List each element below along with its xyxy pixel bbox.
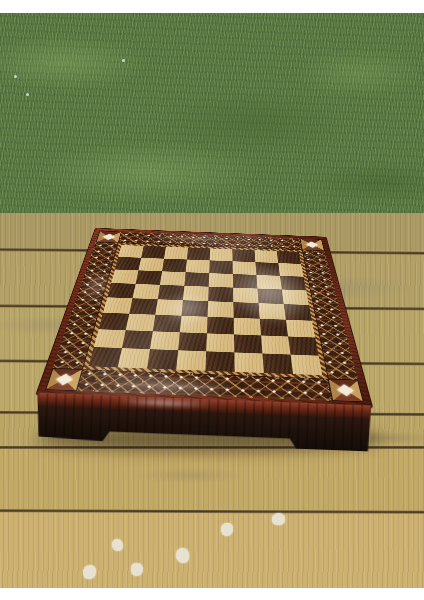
file-label-h: H: [304, 376, 310, 381]
square-h4[interactable]: [284, 304, 312, 321]
square-c8[interactable]: [164, 247, 188, 260]
square-b5[interactable]: [133, 284, 160, 299]
corner-medallion: [97, 231, 121, 242]
square-f7[interactable]: [233, 261, 257, 275]
daisy-speck: [122, 59, 125, 62]
paint-splatter: [272, 513, 285, 525]
chess-squares-grid: [89, 245, 323, 375]
square-h5[interactable]: [282, 289, 309, 305]
square-b4[interactable]: [129, 298, 157, 314]
file-label-e: E: [218, 373, 222, 378]
square-h2[interactable]: [288, 337, 319, 356]
grass-lawn: [0, 13, 424, 213]
square-g7[interactable]: [255, 262, 280, 276]
square-e5[interactable]: [208, 287, 233, 302]
square-d7[interactable]: [186, 260, 210, 274]
photo-of-chess-board: 87654321 ABCDEFGH: [0, 0, 424, 600]
file-label-a: A: [101, 369, 107, 374]
square-a4[interactable]: [103, 297, 132, 313]
square-c2[interactable]: [150, 331, 180, 350]
square-c7[interactable]: [162, 259, 187, 273]
file-label-d: D: [188, 372, 193, 377]
square-e8[interactable]: [210, 248, 233, 261]
corner-medallion: [329, 379, 363, 401]
square-e2[interactable]: [206, 333, 234, 352]
file-label-g: G: [274, 375, 280, 380]
rank-label-1: 1: [82, 353, 87, 357]
square-e7[interactable]: [209, 260, 233, 274]
rank-label-5: 5: [101, 288, 105, 291]
square-h6[interactable]: [280, 276, 306, 291]
square-b3[interactable]: [126, 314, 156, 332]
rank-label-2: 2: [88, 335, 92, 339]
square-f1[interactable]: [234, 352, 264, 373]
square-c6[interactable]: [160, 271, 186, 285]
square-g8[interactable]: [254, 250, 278, 263]
square-e6[interactable]: [209, 273, 233, 287]
paint-splatter: [176, 548, 189, 563]
photo-border-top: [0, 0, 424, 13]
paint-splatter: [112, 539, 123, 551]
square-h1[interactable]: [291, 355, 323, 376]
rank-label-7: 7: [109, 262, 113, 265]
corner-medallion: [46, 369, 81, 391]
file-label-f: F: [246, 374, 250, 379]
square-b8[interactable]: [141, 246, 166, 259]
square-g4[interactable]: [259, 303, 286, 320]
square-e1[interactable]: [205, 351, 234, 372]
square-a8[interactable]: [118, 245, 143, 258]
square-g2[interactable]: [261, 335, 290, 354]
square-g6[interactable]: [256, 275, 281, 290]
square-d8[interactable]: [187, 248, 210, 261]
chess-board-box: 87654321 ABCDEFGH: [34, 223, 380, 452]
square-b6[interactable]: [136, 270, 162, 284]
square-d4[interactable]: [181, 300, 208, 316]
square-f5[interactable]: [233, 288, 258, 303]
square-h7[interactable]: [278, 263, 303, 277]
square-a7[interactable]: [115, 257, 141, 271]
rank-label-6: 6: [105, 275, 109, 278]
daisy-speck: [14, 75, 17, 78]
square-b7[interactable]: [138, 258, 164, 272]
rank-label-3: 3: [93, 319, 97, 322]
square-a6[interactable]: [111, 269, 138, 283]
square-d3[interactable]: [180, 316, 208, 334]
daisy-speck: [26, 93, 29, 96]
square-f2[interactable]: [234, 334, 262, 353]
square-h8[interactable]: [277, 251, 301, 264]
square-d6[interactable]: [184, 272, 209, 286]
square-d1[interactable]: [176, 350, 206, 370]
rank-label-4: 4: [97, 303, 101, 306]
rank-label-8: 8: [113, 250, 116, 252]
file-label-c: C: [159, 371, 164, 376]
corner-medallion: [300, 239, 324, 251]
square-e4[interactable]: [208, 301, 234, 318]
square-a1[interactable]: [89, 347, 122, 367]
board-top-surface: 87654321 ABCDEFGH: [36, 228, 372, 407]
square-c1[interactable]: [147, 349, 178, 369]
square-d2[interactable]: [178, 332, 207, 351]
square-b2[interactable]: [122, 330, 153, 349]
square-b1[interactable]: [118, 348, 150, 368]
square-e3[interactable]: [207, 317, 234, 335]
square-f8[interactable]: [232, 249, 255, 262]
square-f3[interactable]: [234, 318, 261, 336]
square-c4[interactable]: [155, 299, 183, 315]
file-label-b: B: [130, 370, 135, 375]
square-g3[interactable]: [260, 319, 288, 337]
paint-splatter: [83, 565, 96, 579]
square-c5[interactable]: [158, 285, 185, 300]
square-a5[interactable]: [107, 283, 135, 298]
square-h3[interactable]: [286, 320, 315, 338]
square-f4[interactable]: [233, 302, 259, 319]
square-a2[interactable]: [94, 329, 126, 348]
square-c3[interactable]: [153, 315, 182, 333]
square-g5[interactable]: [257, 289, 283, 305]
square-f6[interactable]: [233, 274, 258, 289]
square-g1[interactable]: [262, 353, 293, 374]
square-d5[interactable]: [183, 286, 209, 301]
square-a3[interactable]: [99, 313, 130, 331]
photo-border-bottom: [0, 588, 424, 600]
